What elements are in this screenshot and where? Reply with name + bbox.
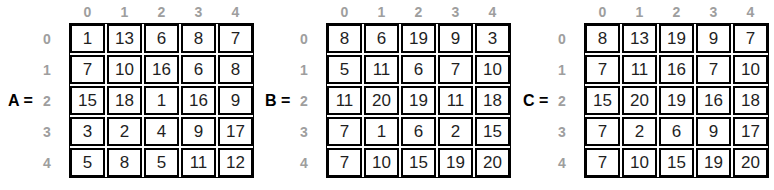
matrix-grid-c: 8131997711167101520191618726917710151920 [584, 23, 769, 178]
row-index-label: 1 [553, 55, 571, 84]
matrix-cell: 10 [475, 55, 510, 84]
row-index-label: 0 [295, 24, 313, 53]
matrix-cell: 11 [364, 55, 399, 84]
matrix-cell: 8 [585, 24, 620, 53]
matrix-cell: 10 [733, 55, 768, 84]
row-index-label: 2 [38, 86, 56, 115]
col-index-label: 0 [585, 0, 620, 23]
matrix-cell: 9 [696, 117, 731, 146]
matrix-cell: 9 [181, 117, 216, 146]
matrix-cell: 18 [733, 86, 768, 115]
matrix-cell: 15 [401, 148, 436, 177]
matrix-cell: 9 [218, 86, 253, 115]
row-index-label: 1 [295, 55, 313, 84]
matrix-block-a: A =0123401234113687710166815181169324917… [8, 0, 254, 178]
matrix-cell: 1 [144, 86, 179, 115]
col-index-label: 3 [696, 0, 731, 23]
matrix-cell: 15 [659, 148, 694, 177]
matrix-cell: 8 [181, 24, 216, 53]
matrix-cell: 17 [218, 117, 253, 146]
matrix-cell: 8 [327, 24, 362, 53]
matrix-cell: 16 [659, 55, 694, 84]
column-headers: 01234 [69, 0, 254, 23]
matrix-cell: 11 [181, 148, 216, 177]
col-index-label: 1 [622, 0, 657, 23]
matrix-cell: 16 [696, 86, 731, 115]
matrix-cell: 8 [107, 148, 142, 177]
matrix-cell: 11 [622, 55, 657, 84]
matrix-cell: 2 [107, 117, 142, 146]
col-index-label: 3 [438, 0, 473, 23]
matrix-cell: 9 [696, 24, 731, 53]
matrix-cell: 19 [438, 148, 473, 177]
matrix-label-b: B = [265, 92, 295, 110]
matrix-cell: 9 [438, 24, 473, 53]
matrix-label-c: C = [523, 92, 553, 110]
matrix-cell: 7 [585, 55, 620, 84]
matrix-cell: 5 [327, 55, 362, 84]
matrix-cell: 7 [218, 24, 253, 53]
matrix-cell: 6 [401, 117, 436, 146]
row-index-label: 3 [295, 117, 313, 146]
matrix-cell: 2 [622, 117, 657, 146]
matrix-cell: 10 [364, 148, 399, 177]
matrix-cell: 15 [70, 86, 105, 115]
matrix-cell: 7 [70, 55, 105, 84]
column-headers: 01234 [326, 0, 511, 23]
row-index-label: 2 [295, 86, 313, 115]
matrix-block-b: B =0123401234861993511671011201911187162… [265, 0, 511, 178]
row-index-label: 2 [553, 86, 571, 115]
matrix-cell: 6 [144, 24, 179, 53]
matrix-cell: 18 [107, 86, 142, 115]
matrix-label-a: A = [8, 92, 38, 110]
row-index-label: 3 [553, 117, 571, 146]
col-index-label: 1 [364, 0, 399, 23]
matrix-diagram: A =0123401234113687710166815181169324917… [0, 0, 774, 190]
matrix-cell: 19 [659, 86, 694, 115]
matrix-cell: 18 [475, 86, 510, 115]
row-index-label: 0 [38, 24, 56, 53]
row-index-label: 1 [38, 55, 56, 84]
matrix-cell: 11 [438, 86, 473, 115]
col-index-label: 2 [659, 0, 694, 23]
row-headers: 01234 [295, 23, 313, 178]
matrix-cell: 7 [327, 148, 362, 177]
matrix-cell: 7 [327, 117, 362, 146]
matrix-cell: 20 [475, 148, 510, 177]
row-index-label: 4 [295, 148, 313, 177]
matrix-cell: 17 [733, 117, 768, 146]
matrix-cell: 6 [364, 24, 399, 53]
matrix-cell: 20 [622, 86, 657, 115]
row-index-label: 0 [553, 24, 571, 53]
col-index-label: 1 [107, 0, 142, 23]
matrix-cell: 12 [218, 148, 253, 177]
matrix-cell: 7 [585, 117, 620, 146]
matrix-grid-b: 86199351167101120191118716215710151920 [326, 23, 511, 178]
matrix-cell: 4 [144, 117, 179, 146]
matrix-c: 0123401234813199771116710152019161872691… [553, 0, 769, 178]
matrix-grid-a: 1136877101668151811693249175851112 [69, 23, 254, 178]
matrix-cell: 6 [401, 55, 436, 84]
matrix-cell: 13 [622, 24, 657, 53]
matrix-cell: 11 [327, 86, 362, 115]
matrix-cell: 1 [364, 117, 399, 146]
matrix-cell: 20 [733, 148, 768, 177]
matrix-cell: 6 [181, 55, 216, 84]
col-index-label: 3 [181, 0, 216, 23]
matrix-cell: 8 [218, 55, 253, 84]
col-index-label: 0 [70, 0, 105, 23]
matrix-cell: 13 [107, 24, 142, 53]
col-index-label: 4 [733, 0, 768, 23]
column-headers: 01234 [584, 0, 769, 23]
matrix-cell: 15 [585, 86, 620, 115]
col-index-label: 2 [401, 0, 436, 23]
matrix-cell: 7 [696, 55, 731, 84]
row-index-label: 3 [38, 117, 56, 146]
matrix-cell: 16 [144, 55, 179, 84]
matrix-cell: 15 [475, 117, 510, 146]
matrix-cell: 20 [364, 86, 399, 115]
matrix-cell: 10 [622, 148, 657, 177]
matrix-cell: 3 [70, 117, 105, 146]
matrix-cell: 1 [70, 24, 105, 53]
matrix-cell: 19 [696, 148, 731, 177]
matrix-cell: 5 [70, 148, 105, 177]
col-index-label: 0 [327, 0, 362, 23]
matrix-cell: 19 [659, 24, 694, 53]
matrix-cell: 19 [401, 24, 436, 53]
matrix-cell: 19 [401, 86, 436, 115]
col-index-label: 4 [475, 0, 510, 23]
matrix-cell: 6 [659, 117, 694, 146]
matrix-b: 0123401234861993511671011201911187162157… [295, 0, 511, 178]
row-index-label: 4 [38, 148, 56, 177]
row-index-label: 4 [553, 148, 571, 177]
col-index-label: 4 [218, 0, 253, 23]
matrix-cell: 7 [733, 24, 768, 53]
matrix-cell: 16 [181, 86, 216, 115]
matrix-cell: 5 [144, 148, 179, 177]
matrix-cell: 10 [107, 55, 142, 84]
matrix-cell: 7 [585, 148, 620, 177]
col-index-label: 2 [144, 0, 179, 23]
matrix-cell: 2 [438, 117, 473, 146]
matrix-cell: 7 [438, 55, 473, 84]
row-headers: 01234 [38, 23, 56, 178]
matrix-cell: 3 [475, 24, 510, 53]
row-headers: 01234 [553, 23, 571, 178]
matrix-a: 0123401234113687710166815181169324917585… [38, 0, 254, 178]
matrix-block-c: C =0123401234813199771116710152019161872… [523, 0, 769, 178]
